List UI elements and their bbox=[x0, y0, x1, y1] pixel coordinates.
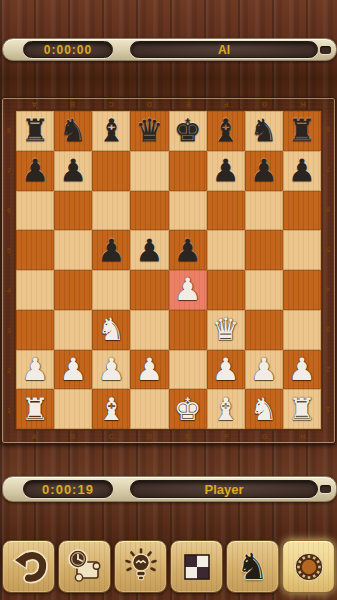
square-b5[interactable] bbox=[54, 230, 92, 270]
square-d7[interactable] bbox=[130, 151, 168, 191]
white-king[interactable]: ♚ bbox=[174, 394, 202, 425]
square-d6[interactable] bbox=[130, 191, 168, 231]
file-label-d: D bbox=[130, 99, 168, 110]
square-e6[interactable] bbox=[169, 191, 207, 231]
square-c4[interactable] bbox=[92, 270, 130, 310]
black-king[interactable]: ♚ bbox=[174, 115, 202, 146]
square-f8[interactable]: ♝ bbox=[207, 111, 245, 151]
knight-icon: ♞ bbox=[236, 549, 268, 585]
rank-label-2: 2 bbox=[3, 350, 15, 390]
square-e7[interactable] bbox=[169, 151, 207, 191]
white-pawn[interactable]: ♟ bbox=[174, 274, 202, 305]
file-label-g: G bbox=[245, 430, 283, 442]
square-g8[interactable]: ♞ bbox=[245, 111, 283, 151]
square-a4[interactable] bbox=[16, 270, 54, 310]
square-f3[interactable]: ♛ bbox=[207, 310, 245, 350]
rank-label-3: 3 bbox=[3, 310, 15, 350]
rank-label-4: 4 bbox=[3, 270, 15, 310]
black-bishop[interactable]: ♝ bbox=[97, 115, 125, 146]
rank-label-5: 5 bbox=[322, 230, 334, 270]
wheel-icon bbox=[289, 547, 329, 587]
square-f7[interactable]: ♟ bbox=[207, 151, 245, 191]
app-screen: 0:00:00 AI ABCDEFGH ABCDEFGH 87654321 87… bbox=[0, 0, 337, 600]
black-bishop[interactable]: ♝ bbox=[212, 115, 240, 146]
square-h7[interactable]: ♟ bbox=[283, 151, 321, 191]
file-label-f: F bbox=[207, 430, 245, 442]
file-label-b: B bbox=[53, 99, 91, 110]
square-d4[interactable] bbox=[130, 270, 168, 310]
square-d2[interactable]: ♟ bbox=[130, 350, 168, 390]
square-b8[interactable]: ♞ bbox=[54, 111, 92, 151]
square-c1[interactable]: ♝ bbox=[92, 389, 130, 429]
square-f5[interactable] bbox=[207, 230, 245, 270]
white-pawn[interactable]: ♟ bbox=[212, 354, 240, 385]
hint-button[interactable] bbox=[114, 540, 167, 593]
file-label-e: E bbox=[169, 430, 207, 442]
square-g2[interactable]: ♟ bbox=[245, 350, 283, 390]
square-c3[interactable]: ♞ bbox=[92, 310, 130, 350]
rank-label-5: 5 bbox=[3, 230, 15, 270]
file-label-g: G bbox=[245, 99, 283, 110]
white-pawn[interactable]: ♟ bbox=[21, 354, 49, 385]
rank-labels-left: 87654321 bbox=[3, 110, 15, 430]
rank-label-4: 4 bbox=[322, 270, 334, 310]
square-e3[interactable] bbox=[169, 310, 207, 350]
square-d1[interactable] bbox=[130, 389, 168, 429]
board-grid: ♜♞♝♛♚♝♞♜♟♟♟♟♟♟♟♟♟♞♛♟♟♟♟♟♟♟♜♝♚♝♞♜ bbox=[15, 110, 322, 430]
square-a1[interactable]: ♜ bbox=[16, 389, 54, 429]
board-setup-button[interactable] bbox=[170, 540, 223, 593]
black-pawn[interactable]: ♟ bbox=[250, 155, 278, 186]
ai-timer: 0:00:00 bbox=[23, 41, 113, 58]
square-g6[interactable] bbox=[245, 191, 283, 231]
file-labels-top: ABCDEFGH bbox=[15, 99, 322, 110]
square-f2[interactable]: ♟ bbox=[207, 350, 245, 390]
square-h4[interactable] bbox=[283, 270, 321, 310]
ai-hud-bar: 0:00:00 AI bbox=[2, 38, 337, 61]
white-pawn[interactable]: ♟ bbox=[288, 354, 316, 385]
black-pawn[interactable]: ♟ bbox=[59, 155, 87, 186]
black-knight[interactable]: ♞ bbox=[59, 115, 87, 146]
player-name-label: Player bbox=[130, 480, 318, 498]
checkerboard-icon bbox=[177, 547, 217, 587]
rank-label-8: 8 bbox=[322, 110, 334, 150]
toolbar: ♞ bbox=[2, 540, 335, 593]
file-label-c: C bbox=[92, 430, 130, 442]
square-a7[interactable]: ♟ bbox=[16, 151, 54, 191]
black-rook[interactable]: ♜ bbox=[288, 115, 316, 146]
square-e5[interactable]: ♟ bbox=[169, 230, 207, 270]
file-label-a: A bbox=[15, 99, 53, 110]
white-pawn[interactable]: ♟ bbox=[59, 354, 87, 385]
file-labels-bottom: ABCDEFGH bbox=[15, 430, 322, 442]
white-pawn[interactable]: ♟ bbox=[136, 354, 164, 385]
file-label-b: B bbox=[53, 430, 91, 442]
square-d8[interactable]: ♛ bbox=[130, 111, 168, 151]
rank-label-8: 8 bbox=[3, 110, 15, 150]
square-e8[interactable]: ♚ bbox=[169, 111, 207, 151]
square-a5[interactable] bbox=[16, 230, 54, 270]
square-a3[interactable] bbox=[16, 310, 54, 350]
square-f6[interactable] bbox=[207, 191, 245, 231]
pieces-button[interactable]: ♞ bbox=[226, 540, 279, 593]
ai-name-label: AI bbox=[130, 41, 318, 58]
moves-history-button[interactable] bbox=[58, 540, 111, 593]
player-timer: 0:00:19 bbox=[23, 480, 113, 498]
white-rook[interactable]: ♜ bbox=[288, 394, 316, 425]
square-b2[interactable]: ♟ bbox=[54, 350, 92, 390]
square-c2[interactable]: ♟ bbox=[92, 350, 130, 390]
square-e4[interactable]: ♟ bbox=[169, 270, 207, 310]
chess-board: ABCDEFGH ABCDEFGH 87654321 87654321 ♜♞♝♛… bbox=[1, 97, 336, 444]
square-b1[interactable] bbox=[54, 389, 92, 429]
square-g3[interactable] bbox=[245, 310, 283, 350]
square-e1[interactable]: ♚ bbox=[169, 389, 207, 429]
square-e2[interactable] bbox=[169, 350, 207, 390]
white-bishop[interactable]: ♝ bbox=[212, 394, 240, 425]
square-c7[interactable] bbox=[92, 151, 130, 191]
white-pawn[interactable]: ♟ bbox=[250, 354, 278, 385]
file-label-d: D bbox=[130, 430, 168, 442]
white-bishop[interactable]: ♝ bbox=[97, 394, 125, 425]
white-knight[interactable]: ♞ bbox=[97, 314, 125, 345]
square-g1[interactable]: ♞ bbox=[245, 389, 283, 429]
black-pawn[interactable]: ♟ bbox=[174, 235, 202, 266]
square-h1[interactable]: ♜ bbox=[283, 389, 321, 429]
square-d3[interactable] bbox=[130, 310, 168, 350]
hud-knob-icon bbox=[320, 46, 331, 54]
white-pawn[interactable]: ♟ bbox=[97, 354, 125, 385]
black-knight[interactable]: ♞ bbox=[250, 115, 278, 146]
rank-label-6: 6 bbox=[3, 190, 15, 230]
black-pawn[interactable]: ♟ bbox=[136, 235, 164, 266]
black-pawn[interactable]: ♟ bbox=[21, 155, 49, 186]
square-h3[interactable] bbox=[283, 310, 321, 350]
square-c8[interactable]: ♝ bbox=[92, 111, 130, 151]
square-b6[interactable] bbox=[54, 191, 92, 231]
square-a2[interactable]: ♟ bbox=[16, 350, 54, 390]
file-label-c: C bbox=[92, 99, 130, 110]
rank-label-6: 6 bbox=[322, 190, 334, 230]
square-f4[interactable] bbox=[207, 270, 245, 310]
rank-label-1: 1 bbox=[3, 390, 15, 430]
square-h5[interactable] bbox=[283, 230, 321, 270]
hud-knob-icon bbox=[320, 485, 331, 493]
rank-label-1: 1 bbox=[322, 390, 334, 430]
rank-label-7: 7 bbox=[322, 150, 334, 190]
file-label-e: E bbox=[169, 99, 207, 110]
square-c6[interactable] bbox=[92, 191, 130, 231]
file-label-h: H bbox=[284, 430, 322, 442]
file-label-f: F bbox=[207, 99, 245, 110]
square-g4[interactable] bbox=[245, 270, 283, 310]
square-a8[interactable]: ♜ bbox=[16, 111, 54, 151]
square-g7[interactable]: ♟ bbox=[245, 151, 283, 191]
file-label-h: H bbox=[284, 99, 322, 110]
rank-labels-right: 87654321 bbox=[322, 110, 334, 430]
square-f1[interactable]: ♝ bbox=[207, 389, 245, 429]
square-b3[interactable] bbox=[54, 310, 92, 350]
square-h8[interactable]: ♜ bbox=[283, 111, 321, 151]
square-c5[interactable]: ♟ bbox=[92, 230, 130, 270]
black-queen[interactable]: ♛ bbox=[136, 115, 164, 146]
square-b4[interactable] bbox=[54, 270, 92, 310]
square-d5[interactable]: ♟ bbox=[130, 230, 168, 270]
white-rook[interactable]: ♜ bbox=[21, 394, 49, 425]
player-hud-bar: 0:00:19 Player bbox=[2, 476, 337, 502]
square-h6[interactable] bbox=[283, 191, 321, 231]
black-pawn[interactable]: ♟ bbox=[212, 155, 240, 186]
lightbulb-icon bbox=[121, 547, 161, 587]
black-rook[interactable]: ♜ bbox=[21, 115, 49, 146]
white-knight[interactable]: ♞ bbox=[250, 394, 278, 425]
black-pawn[interactable]: ♟ bbox=[288, 155, 316, 186]
black-pawn[interactable]: ♟ bbox=[97, 235, 125, 266]
rank-label-2: 2 bbox=[322, 350, 334, 390]
square-a6[interactable] bbox=[16, 191, 54, 231]
rank-label-7: 7 bbox=[3, 150, 15, 190]
square-h2[interactable]: ♟ bbox=[283, 350, 321, 390]
file-label-a: A bbox=[15, 430, 53, 442]
undo-arrow-icon bbox=[9, 547, 49, 587]
scroll-clock-icon bbox=[65, 547, 105, 587]
undo-button[interactable] bbox=[2, 540, 55, 593]
rank-label-3: 3 bbox=[322, 310, 334, 350]
square-g5[interactable] bbox=[245, 230, 283, 270]
white-queen[interactable]: ♛ bbox=[212, 314, 240, 345]
wheel-button[interactable] bbox=[282, 540, 335, 593]
square-b7[interactable]: ♟ bbox=[54, 151, 92, 191]
